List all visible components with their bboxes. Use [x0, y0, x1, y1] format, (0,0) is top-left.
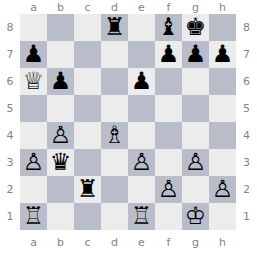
square-d6[interactable] [101, 68, 128, 95]
file-label-top-e: e [128, 0, 155, 14]
square-h6[interactable] [209, 68, 236, 95]
square-c4[interactable] [74, 122, 101, 149]
square-a5[interactable] [20, 95, 47, 122]
square-a2[interactable] [20, 176, 47, 203]
rank-label-right-8: 8 [236, 14, 257, 41]
rank-label-right-3: 3 [236, 149, 257, 176]
white-pawn-a3[interactable]: ♙ [23, 149, 45, 176]
square-a1[interactable]: ♖ [20, 203, 47, 230]
file-label-bottom-d: d [101, 230, 128, 254]
black-pawn-h7[interactable]: ♟ [212, 41, 234, 68]
rank-label-right-1: 1 [236, 203, 257, 230]
rank-label-left-2: 2 [0, 176, 20, 203]
square-c7[interactable] [74, 41, 101, 68]
square-f3[interactable] [155, 149, 182, 176]
square-d2[interactable] [101, 176, 128, 203]
rank-label-left-4: 4 [0, 122, 20, 149]
square-c8[interactable] [74, 14, 101, 41]
rank-label-right-7: 7 [236, 41, 257, 68]
square-c3[interactable] [74, 149, 101, 176]
square-a3[interactable]: ♙ [20, 149, 47, 176]
square-h8[interactable] [209, 14, 236, 41]
rank-label-right-6: 6 [236, 68, 257, 95]
square-d8[interactable]: ♜ [101, 14, 128, 41]
square-e2[interactable] [128, 176, 155, 203]
black-pawn-b6[interactable]: ♟ [50, 68, 72, 95]
square-e8[interactable] [128, 14, 155, 41]
file-label-bottom-a: a [20, 230, 47, 254]
file-label-top-g: g [182, 0, 209, 14]
file-label-top-f: f [155, 0, 182, 14]
square-a6[interactable]: ♕ [20, 68, 47, 95]
square-h2[interactable]: ♙ [209, 176, 236, 203]
square-c6[interactable] [74, 68, 101, 95]
square-b2[interactable] [47, 176, 74, 203]
black-queen-b3[interactable]: ♛ [50, 149, 72, 176]
file-label-top-b: b [47, 0, 74, 14]
white-king-g1[interactable]: ♔ [185, 203, 207, 230]
square-h5[interactable] [209, 95, 236, 122]
rank-label-right-2: 2 [236, 176, 257, 203]
square-b7[interactable] [47, 41, 74, 68]
square-g5[interactable] [182, 95, 209, 122]
square-a7[interactable]: ♟ [20, 41, 47, 68]
white-rook-e1[interactable]: ♖ [131, 203, 153, 230]
square-b4[interactable]: ♙ [47, 122, 74, 149]
white-rook-a1[interactable]: ♖ [23, 203, 45, 230]
square-g3[interactable]: ♙ [182, 149, 209, 176]
square-d4[interactable]: ♗ [101, 122, 128, 149]
square-e6[interactable]: ♟ [128, 68, 155, 95]
black-pawn-g7[interactable]: ♟ [185, 41, 207, 68]
rank-label-left-8: 8 [0, 14, 20, 41]
black-pawn-f7[interactable]: ♟ [158, 41, 180, 68]
corner-spacer [0, 0, 20, 14]
square-e3[interactable]: ♙ [128, 149, 155, 176]
file-label-bottom-e: e [128, 230, 155, 254]
square-e1[interactable]: ♖ [128, 203, 155, 230]
square-f2[interactable]: ♙ [155, 176, 182, 203]
square-g8[interactable]: ♚ [182, 14, 209, 41]
square-c5[interactable] [74, 95, 101, 122]
square-f1[interactable] [155, 203, 182, 230]
square-h4[interactable] [209, 122, 236, 149]
square-e4[interactable] [128, 122, 155, 149]
file-label-bottom-h: h [209, 230, 236, 254]
black-king-g8[interactable]: ♚ [185, 14, 207, 41]
square-b8[interactable] [47, 14, 74, 41]
square-e7[interactable] [128, 41, 155, 68]
rank-label-left-3: 3 [0, 149, 20, 176]
file-label-top-d: d [101, 0, 128, 14]
square-b3[interactable]: ♛ [47, 149, 74, 176]
square-b1[interactable] [47, 203, 74, 230]
square-d3[interactable] [101, 149, 128, 176]
file-label-bottom-f: f [155, 230, 182, 254]
corner-spacer [236, 0, 257, 14]
square-f5[interactable] [155, 95, 182, 122]
square-h1[interactable] [209, 203, 236, 230]
square-f8[interactable]: ♝ [155, 14, 182, 41]
square-g1[interactable]: ♔ [182, 203, 209, 230]
corner-spacer [236, 230, 257, 254]
square-e5[interactable] [128, 95, 155, 122]
white-queen-a6[interactable]: ♕ [23, 68, 45, 95]
white-pawn-f2[interactable]: ♙ [158, 176, 180, 203]
rank-label-left-1: 1 [0, 203, 20, 230]
square-g4[interactable] [182, 122, 209, 149]
file-label-top-c: c [74, 0, 101, 14]
file-label-bottom-g: g [182, 230, 209, 254]
chess-board-diagram: abcdefgh8♜♝♚87♟♟♟♟76♕♟♟6554♙♗43♙♛♙♙32♜♙♙… [0, 0, 257, 254]
black-rook-d8[interactable]: ♜ [104, 14, 126, 41]
white-pawn-b4[interactable]: ♙ [50, 122, 72, 149]
rank-label-right-5: 5 [236, 95, 257, 122]
rank-label-left-5: 5 [0, 95, 20, 122]
corner-spacer [0, 230, 20, 254]
square-h7[interactable]: ♟ [209, 41, 236, 68]
file-label-bottom-b: b [47, 230, 74, 254]
white-bishop-d4[interactable]: ♗ [104, 122, 126, 149]
white-pawn-e3[interactable]: ♙ [131, 149, 153, 176]
white-pawn-g3[interactable]: ♙ [185, 149, 207, 176]
square-d5[interactable] [101, 95, 128, 122]
file-label-bottom-c: c [74, 230, 101, 254]
square-f4[interactable] [155, 122, 182, 149]
white-pawn-h2[interactable]: ♙ [212, 176, 234, 203]
file-label-top-h: h [209, 0, 236, 14]
black-pawn-e6[interactable]: ♟ [131, 68, 153, 95]
square-b6[interactable]: ♟ [47, 68, 74, 95]
black-bishop-f8[interactable]: ♝ [158, 14, 180, 41]
square-d7[interactable] [101, 41, 128, 68]
square-a8[interactable] [20, 14, 47, 41]
black-pawn-a7[interactable]: ♟ [23, 41, 45, 68]
square-g2[interactable] [182, 176, 209, 203]
rank-label-right-4: 4 [236, 122, 257, 149]
square-f6[interactable] [155, 68, 182, 95]
rank-label-left-6: 6 [0, 68, 20, 95]
square-c2[interactable]: ♜ [74, 176, 101, 203]
square-f7[interactable]: ♟ [155, 41, 182, 68]
square-d1[interactable] [101, 203, 128, 230]
square-c1[interactable] [74, 203, 101, 230]
square-h3[interactable] [209, 149, 236, 176]
rank-label-left-7: 7 [0, 41, 20, 68]
square-a4[interactable] [20, 122, 47, 149]
square-g7[interactable]: ♟ [182, 41, 209, 68]
square-b5[interactable] [47, 95, 74, 122]
square-g6[interactable] [182, 68, 209, 95]
black-rook-c2[interactable]: ♜ [77, 176, 99, 203]
file-label-top-a: a [20, 0, 47, 14]
